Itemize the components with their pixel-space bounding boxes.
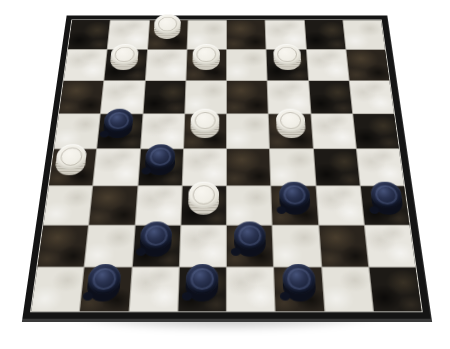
white-checker[interactable] — [273, 44, 302, 70]
square-r6c4[interactable] — [181, 186, 226, 224]
square-r7c3[interactable] — [132, 226, 180, 267]
square-r2c8[interactable] — [346, 50, 389, 81]
square-r4c2[interactable] — [97, 114, 142, 148]
navy-checker[interactable] — [282, 264, 317, 302]
white-checker[interactable] — [192, 44, 220, 70]
checkers-board — [22, 16, 432, 323]
square-r5c7[interactable] — [313, 149, 359, 185]
square-r1c5[interactable] — [227, 20, 266, 49]
square-r5c8 — [357, 149, 404, 185]
square-r6c6[interactable] — [272, 186, 318, 224]
navy-checker[interactable] — [279, 182, 311, 215]
square-r8c5 — [227, 268, 275, 312]
board-grid — [31, 20, 421, 311]
white-checker[interactable] — [276, 109, 306, 138]
square-r2c5 — [227, 50, 267, 81]
white-checker[interactable] — [110, 44, 140, 70]
navy-checker[interactable] — [144, 144, 175, 175]
square-r6c3 — [135, 186, 181, 224]
square-r6c2[interactable] — [89, 186, 137, 224]
navy-checker[interactable] — [369, 182, 404, 215]
navy-checker[interactable] — [234, 221, 266, 256]
square-r4c4[interactable] — [184, 114, 226, 148]
white-checker[interactable] — [190, 109, 219, 138]
navy-checker[interactable] — [86, 264, 122, 302]
piece-top — [192, 44, 220, 65]
square-r1c8 — [343, 20, 385, 49]
square-r1c7[interactable] — [304, 20, 345, 49]
white-checker[interactable] — [54, 144, 88, 175]
square-r5c2 — [94, 149, 140, 185]
piece-top — [279, 182, 311, 209]
square-r2c1 — [64, 50, 107, 81]
square-r4c6[interactable] — [269, 114, 312, 148]
square-r8c4[interactable] — [178, 268, 226, 312]
navy-checker[interactable] — [139, 221, 173, 256]
board-pinstripe — [30, 20, 423, 313]
white-checker[interactable] — [153, 14, 181, 39]
square-r8c1 — [31, 268, 83, 312]
square-r6c1 — [44, 186, 93, 224]
square-r3c1[interactable] — [59, 81, 103, 113]
square-r5c3[interactable] — [138, 149, 183, 185]
square-r1c3[interactable] — [148, 20, 188, 49]
square-r8c3 — [129, 268, 178, 312]
square-r7c5[interactable] — [227, 226, 273, 267]
piece-top — [190, 109, 219, 133]
checkers-scene — [0, 0, 450, 349]
square-r3c3[interactable] — [143, 81, 185, 113]
navy-checker[interactable] — [185, 264, 218, 302]
square-r2c4[interactable] — [186, 50, 226, 81]
white-checker[interactable] — [188, 182, 219, 215]
square-r2c2[interactable] — [105, 50, 147, 81]
square-r6c5 — [227, 186, 272, 224]
square-r4c5 — [227, 114, 269, 148]
square-r3c5[interactable] — [227, 81, 268, 113]
square-r8c7 — [322, 268, 373, 312]
square-r7c6 — [273, 226, 321, 267]
square-r7c2 — [85, 226, 134, 267]
piece-top — [276, 109, 306, 133]
navy-checker[interactable] — [103, 109, 135, 138]
piece-top — [282, 264, 316, 294]
piece-top — [188, 182, 219, 209]
square-r2c6[interactable] — [267, 50, 308, 81]
square-r5c6 — [270, 149, 315, 185]
square-r7c7[interactable] — [319, 226, 368, 267]
square-r8c6[interactable] — [274, 268, 323, 312]
square-r6c7 — [316, 186, 364, 224]
square-r2c7 — [306, 50, 348, 81]
square-r1c1[interactable] — [68, 20, 110, 49]
square-r5c1[interactable] — [49, 149, 96, 185]
piece-top — [185, 264, 218, 294]
square-r8c8[interactable] — [369, 268, 421, 312]
square-r3c8 — [349, 81, 393, 113]
square-r5c4 — [183, 149, 226, 185]
square-r4c7 — [311, 114, 356, 148]
square-r8c2[interactable] — [80, 268, 131, 312]
square-r7c8 — [365, 226, 416, 267]
square-r2c3 — [145, 50, 186, 81]
square-r6c8[interactable] — [361, 186, 410, 224]
piece-top — [234, 221, 266, 249]
square-r5c5[interactable] — [227, 149, 270, 185]
square-r3c7[interactable] — [309, 81, 352, 113]
piece-top — [273, 44, 301, 65]
square-r7c1[interactable] — [38, 226, 89, 267]
board-perspective-wrap — [22, 16, 432, 323]
square-r4c8[interactable] — [353, 114, 399, 148]
square-r7c4 — [180, 226, 226, 267]
